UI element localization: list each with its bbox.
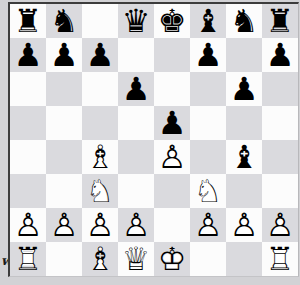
square-e3[interactable] bbox=[154, 174, 190, 208]
piece-black-knight[interactable]: ♞ bbox=[226, 4, 262, 38]
square-f2[interactable]: ♟♙ bbox=[190, 208, 226, 242]
square-d8[interactable]: ♛ bbox=[118, 4, 154, 38]
square-b2[interactable]: ♟♙ bbox=[46, 208, 82, 242]
square-c6[interactable] bbox=[82, 72, 118, 106]
square-g6[interactable]: ♟ bbox=[226, 72, 262, 106]
piece-white-pawn[interactable]: ♟♙ bbox=[82, 208, 118, 242]
piece-white-pawn[interactable]: ♟♙ bbox=[262, 208, 298, 242]
piece-white-pawn[interactable]: ♟♙ bbox=[46, 208, 82, 242]
square-d3[interactable] bbox=[118, 174, 154, 208]
piece-black-rook[interactable]: ♜ bbox=[10, 4, 46, 38]
square-b7[interactable]: ♟ bbox=[46, 38, 82, 72]
square-f5[interactable] bbox=[190, 106, 226, 140]
square-d7[interactable] bbox=[118, 38, 154, 72]
piece-white-knight[interactable]: ♞♘ bbox=[190, 174, 226, 208]
square-b3[interactable] bbox=[46, 174, 82, 208]
square-c3[interactable]: ♞♘ bbox=[82, 174, 118, 208]
square-f8[interactable]: ♝ bbox=[190, 4, 226, 38]
piece-white-bishop[interactable]: ♝♗ bbox=[82, 242, 118, 276]
piece-black-king[interactable]: ♚ bbox=[154, 4, 190, 38]
square-c2[interactable]: ♟♙ bbox=[82, 208, 118, 242]
square-d1[interactable]: ♛♕ bbox=[118, 242, 154, 276]
chess-app: w ♜♞♛♚♝♞♜♟♟♟♟♟♟♟♟♝♗♟♙♝♞♘♞♘♟♙♟♙♟♙♟♙♟♙♟♙♟♙… bbox=[0, 0, 300, 285]
square-a8[interactable]: ♜ bbox=[10, 4, 46, 38]
square-f7[interactable]: ♟ bbox=[190, 38, 226, 72]
square-h5[interactable] bbox=[262, 106, 298, 140]
square-a5[interactable] bbox=[10, 106, 46, 140]
square-h7[interactable]: ♟ bbox=[262, 38, 298, 72]
square-d6[interactable]: ♟ bbox=[118, 72, 154, 106]
chess-board: ♜♞♛♚♝♞♜♟♟♟♟♟♟♟♟♝♗♟♙♝♞♘♞♘♟♙♟♙♟♙♟♙♟♙♟♙♟♙♜♖… bbox=[8, 2, 299, 277]
piece-white-queen[interactable]: ♛♕ bbox=[118, 242, 154, 276]
square-g3[interactable] bbox=[226, 174, 262, 208]
piece-white-rook[interactable]: ♜♖ bbox=[262, 242, 298, 276]
piece-black-pawn[interactable]: ♟ bbox=[190, 38, 226, 72]
square-g1[interactable] bbox=[226, 242, 262, 276]
square-f4[interactable] bbox=[190, 140, 226, 174]
square-d2[interactable]: ♟♙ bbox=[118, 208, 154, 242]
piece-white-pawn[interactable]: ♟♙ bbox=[154, 140, 190, 174]
piece-black-pawn[interactable]: ♟ bbox=[154, 106, 190, 140]
square-h3[interactable] bbox=[262, 174, 298, 208]
square-b1[interactable] bbox=[46, 242, 82, 276]
square-a4[interactable] bbox=[10, 140, 46, 174]
piece-black-pawn[interactable]: ♟ bbox=[262, 38, 298, 72]
piece-white-pawn[interactable]: ♟♙ bbox=[190, 208, 226, 242]
square-e4[interactable]: ♟♙ bbox=[154, 140, 190, 174]
square-a1[interactable]: ♜♖ bbox=[10, 242, 46, 276]
piece-white-bishop[interactable]: ♝♗ bbox=[82, 140, 118, 174]
piece-black-bishop[interactable]: ♝ bbox=[190, 4, 226, 38]
piece-black-pawn[interactable]: ♟ bbox=[46, 38, 82, 72]
piece-white-pawn[interactable]: ♟♙ bbox=[118, 208, 154, 242]
square-a7[interactable]: ♟ bbox=[10, 38, 46, 72]
square-g4[interactable]: ♝ bbox=[226, 140, 262, 174]
square-h6[interactable] bbox=[262, 72, 298, 106]
square-b8[interactable]: ♞ bbox=[46, 4, 82, 38]
square-h4[interactable] bbox=[262, 140, 298, 174]
square-f3[interactable]: ♞♘ bbox=[190, 174, 226, 208]
square-c7[interactable]: ♟ bbox=[82, 38, 118, 72]
square-a6[interactable] bbox=[10, 72, 46, 106]
piece-white-pawn[interactable]: ♟♙ bbox=[10, 208, 46, 242]
square-a3[interactable] bbox=[10, 174, 46, 208]
piece-white-king[interactable]: ♚♔ bbox=[154, 242, 190, 276]
piece-black-pawn[interactable]: ♟ bbox=[118, 72, 154, 106]
square-c1[interactable]: ♝♗ bbox=[82, 242, 118, 276]
piece-white-knight[interactable]: ♞♘ bbox=[82, 174, 118, 208]
square-b4[interactable] bbox=[46, 140, 82, 174]
piece-white-pawn[interactable]: ♟♙ bbox=[226, 208, 262, 242]
square-f6[interactable] bbox=[190, 72, 226, 106]
piece-black-pawn[interactable]: ♟ bbox=[226, 72, 262, 106]
piece-black-bishop[interactable]: ♝ bbox=[226, 140, 262, 174]
square-e1[interactable]: ♚♔ bbox=[154, 242, 190, 276]
piece-black-pawn[interactable]: ♟ bbox=[82, 38, 118, 72]
square-h2[interactable]: ♟♙ bbox=[262, 208, 298, 242]
square-e7[interactable] bbox=[154, 38, 190, 72]
square-d4[interactable] bbox=[118, 140, 154, 174]
piece-black-knight[interactable]: ♞ bbox=[46, 4, 82, 38]
square-c8[interactable] bbox=[82, 4, 118, 38]
square-e8[interactable]: ♚ bbox=[154, 4, 190, 38]
square-e6[interactable] bbox=[154, 72, 190, 106]
square-e2[interactable] bbox=[154, 208, 190, 242]
piece-black-rook[interactable]: ♜ bbox=[262, 4, 298, 38]
square-h8[interactable]: ♜ bbox=[262, 4, 298, 38]
square-d5[interactable] bbox=[118, 106, 154, 140]
square-c5[interactable] bbox=[82, 106, 118, 140]
piece-white-rook[interactable]: ♜♖ bbox=[10, 242, 46, 276]
square-h1[interactable]: ♜♖ bbox=[262, 242, 298, 276]
square-f1[interactable] bbox=[190, 242, 226, 276]
square-a2[interactable]: ♟♙ bbox=[10, 208, 46, 242]
square-g7[interactable] bbox=[226, 38, 262, 72]
square-c4[interactable]: ♝♗ bbox=[82, 140, 118, 174]
square-e5[interactable]: ♟ bbox=[154, 106, 190, 140]
square-b5[interactable] bbox=[46, 106, 82, 140]
square-g5[interactable] bbox=[226, 106, 262, 140]
square-b6[interactable] bbox=[46, 72, 82, 106]
square-g2[interactable]: ♟♙ bbox=[226, 208, 262, 242]
piece-black-pawn[interactable]: ♟ bbox=[10, 38, 46, 72]
square-g8[interactable]: ♞ bbox=[226, 4, 262, 38]
piece-black-queen[interactable]: ♛ bbox=[118, 4, 154, 38]
